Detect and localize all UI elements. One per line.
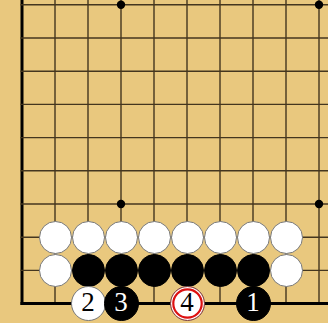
stones-layer: 2341: [6, 0, 328, 320]
stone-white[interactable]: [105, 221, 138, 254]
stone-white[interactable]: [39, 254, 72, 287]
stone-white[interactable]: [171, 221, 204, 254]
bottom-margin: [0, 323, 328, 328]
go-diagram-screenshot: 2341: [0, 0, 328, 328]
stone-black[interactable]: [105, 254, 138, 287]
stone-black[interactable]: [72, 254, 105, 287]
stone-black[interactable]: [204, 254, 237, 287]
stone-white[interactable]: [204, 221, 237, 254]
go-board[interactable]: 2341: [0, 0, 328, 323]
stone-black[interactable]: [171, 254, 204, 287]
stone-black[interactable]: [237, 254, 270, 287]
stone-white[interactable]: [237, 221, 270, 254]
stone-black-move-3[interactable]: 3: [104, 286, 139, 321]
stone-white[interactable]: [72, 221, 105, 254]
stone-white[interactable]: [138, 221, 171, 254]
stone-white[interactable]: [270, 254, 303, 287]
stone-white-move-2[interactable]: 2: [71, 286, 106, 321]
stone-black[interactable]: [138, 254, 171, 287]
stone-white[interactable]: [39, 221, 72, 254]
stone-white-move-4[interactable]: 4: [170, 286, 205, 321]
stone-white[interactable]: [270, 221, 303, 254]
stone-black-move-1[interactable]: 1: [236, 286, 271, 321]
